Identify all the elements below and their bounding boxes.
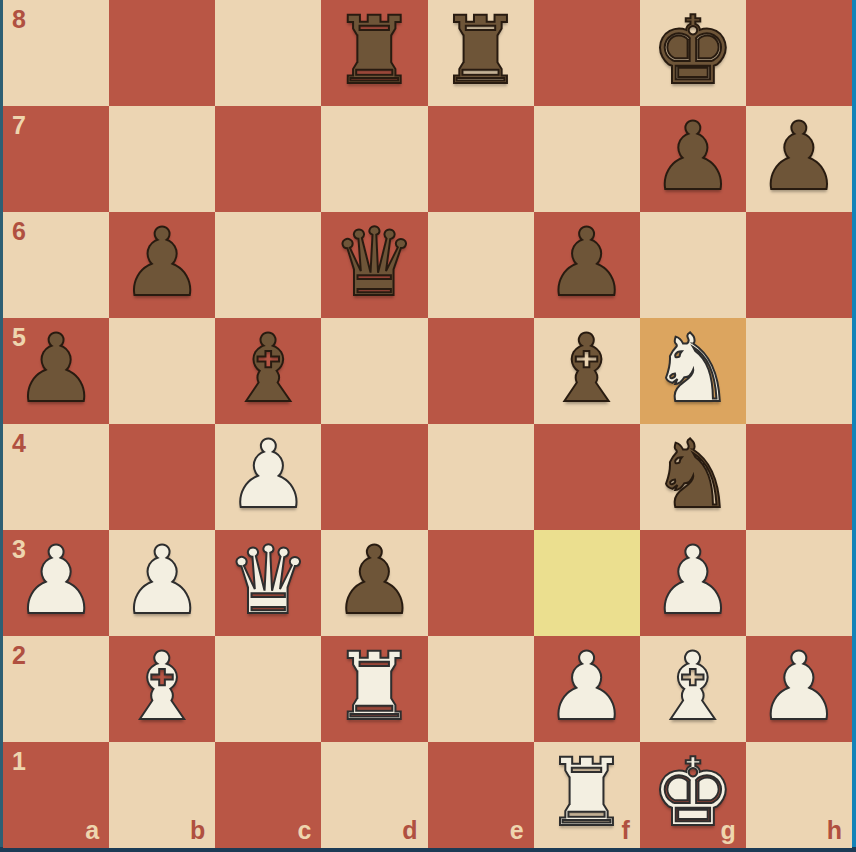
piece-bN-g4[interactable]: ♞ <box>651 428 735 522</box>
square-a1[interactable]: 1a <box>3 742 109 848</box>
square-f3[interactable] <box>534 530 640 636</box>
square-g3[interactable]: ♟ <box>640 530 746 636</box>
square-a6[interactable]: 6 <box>3 212 109 318</box>
file-label-c: c <box>297 816 311 845</box>
square-e7[interactable] <box>428 106 534 212</box>
square-f7[interactable] <box>534 106 640 212</box>
square-g6[interactable] <box>640 212 746 318</box>
square-a5[interactable]: 5♟ <box>3 318 109 424</box>
square-f6[interactable]: ♟ <box>534 212 640 318</box>
piece-bP-d3[interactable]: ♟ <box>332 534 416 628</box>
file-label-h: h <box>827 816 842 845</box>
square-c4[interactable]: ♟ <box>215 424 321 530</box>
square-g2[interactable]: ♝ <box>640 636 746 742</box>
square-h3[interactable] <box>746 530 852 636</box>
square-g4[interactable]: ♞ <box>640 424 746 530</box>
square-b1[interactable]: b <box>109 742 215 848</box>
piece-wN-g5[interactable]: ♞ <box>651 322 735 416</box>
square-c3[interactable]: ♛ <box>215 530 321 636</box>
square-c1[interactable]: c <box>215 742 321 848</box>
square-e1[interactable]: e <box>428 742 534 848</box>
square-f5[interactable]: ♝ <box>534 318 640 424</box>
square-b4[interactable] <box>109 424 215 530</box>
square-h7[interactable]: ♟ <box>746 106 852 212</box>
square-g5[interactable]: ♞ <box>640 318 746 424</box>
square-f4[interactable] <box>534 424 640 530</box>
file-label-a: a <box>85 816 99 845</box>
square-d4[interactable] <box>321 424 427 530</box>
piece-wB-b2[interactable]: ♝ <box>120 640 204 734</box>
square-c2[interactable] <box>215 636 321 742</box>
piece-bB-c5[interactable]: ♝ <box>226 322 310 416</box>
square-h1[interactable]: h <box>746 742 852 848</box>
square-f1[interactable]: f♜ <box>534 742 640 848</box>
piece-bB-f5[interactable]: ♝ <box>545 322 629 416</box>
square-d2[interactable]: ♜ <box>321 636 427 742</box>
square-d1[interactable]: d <box>321 742 427 848</box>
piece-bQ-d6[interactable]: ♛ <box>332 216 416 310</box>
square-a7[interactable]: 7 <box>3 106 109 212</box>
square-e3[interactable] <box>428 530 534 636</box>
piece-wK-g1[interactable]: ♚ <box>651 746 735 840</box>
square-h8[interactable] <box>746 0 852 106</box>
square-a2[interactable]: 2 <box>3 636 109 742</box>
square-e2[interactable] <box>428 636 534 742</box>
square-h4[interactable] <box>746 424 852 530</box>
piece-wR-d2[interactable]: ♜ <box>332 640 416 734</box>
piece-bP-b6[interactable]: ♟ <box>120 216 204 310</box>
piece-wP-g3[interactable]: ♟ <box>651 534 735 628</box>
square-a3[interactable]: 3♟ <box>3 530 109 636</box>
square-b6[interactable]: ♟ <box>109 212 215 318</box>
square-b8[interactable] <box>109 0 215 106</box>
rank-label-1: 1 <box>12 747 26 776</box>
rank-label-2: 2 <box>12 641 26 670</box>
square-d7[interactable] <box>321 106 427 212</box>
piece-bR-d8[interactable]: ♜ <box>332 4 416 98</box>
square-d6[interactable]: ♛ <box>321 212 427 318</box>
square-b3[interactable]: ♟ <box>109 530 215 636</box>
square-g1[interactable]: g♚ <box>640 742 746 848</box>
piece-bP-g7[interactable]: ♟ <box>651 110 735 204</box>
square-d5[interactable] <box>321 318 427 424</box>
piece-wQ-c3[interactable]: ♛ <box>226 534 310 628</box>
square-e6[interactable] <box>428 212 534 318</box>
rank-label-8: 8 <box>12 5 26 34</box>
piece-wR-f1[interactable]: ♜ <box>545 746 629 840</box>
piece-wP-c4[interactable]: ♟ <box>226 428 310 522</box>
square-c6[interactable] <box>215 212 321 318</box>
square-f2[interactable]: ♟ <box>534 636 640 742</box>
piece-wP-b3[interactable]: ♟ <box>120 534 204 628</box>
square-e5[interactable] <box>428 318 534 424</box>
square-d3[interactable]: ♟ <box>321 530 427 636</box>
square-e8[interactable]: ♜ <box>428 0 534 106</box>
chess-board: 8♜♜♚7♟♟6♟♛♟5♟♝♝♞4♟♞3♟♟♛♟♟2♝♜♟♝♟1abcdef♜g… <box>3 0 852 848</box>
piece-bR-e8[interactable]: ♜ <box>438 4 522 98</box>
rank-label-4: 4 <box>12 429 26 458</box>
square-a8[interactable]: 8 <box>3 0 109 106</box>
piece-bP-f6[interactable]: ♟ <box>545 216 629 310</box>
file-label-b: b <box>190 816 205 845</box>
chess-app-window: 8♜♜♚7♟♟6♟♛♟5♟♝♝♞4♟♞3♟♟♛♟♟2♝♜♟♝♟1abcdef♜g… <box>0 0 856 852</box>
file-label-d: d <box>402 816 417 845</box>
window-edge-right <box>852 0 856 852</box>
piece-wP-h2[interactable]: ♟ <box>757 640 841 734</box>
square-e4[interactable] <box>428 424 534 530</box>
square-h2[interactable]: ♟ <box>746 636 852 742</box>
square-h5[interactable] <box>746 318 852 424</box>
square-b2[interactable]: ♝ <box>109 636 215 742</box>
piece-wP-f2[interactable]: ♟ <box>545 640 629 734</box>
square-g7[interactable]: ♟ <box>640 106 746 212</box>
rank-label-6: 6 <box>12 217 26 246</box>
square-a4[interactable]: 4 <box>3 424 109 530</box>
square-c5[interactable]: ♝ <box>215 318 321 424</box>
rank-label-7: 7 <box>12 111 26 140</box>
square-b5[interactable] <box>109 318 215 424</box>
piece-wP-a3[interactable]: ♟ <box>14 534 98 628</box>
square-b7[interactable] <box>109 106 215 212</box>
square-c8[interactable] <box>215 0 321 106</box>
square-g8[interactable]: ♚ <box>640 0 746 106</box>
piece-wB-g2[interactable]: ♝ <box>651 640 735 734</box>
piece-bP-a5[interactable]: ♟ <box>14 322 98 416</box>
file-label-e: e <box>510 816 524 845</box>
square-f8[interactable] <box>534 0 640 106</box>
piece-bK-g8[interactable]: ♚ <box>651 4 735 98</box>
square-d8[interactable]: ♜ <box>321 0 427 106</box>
square-c7[interactable] <box>215 106 321 212</box>
piece-bP-h7[interactable]: ♟ <box>757 110 841 204</box>
square-h6[interactable] <box>746 212 852 318</box>
